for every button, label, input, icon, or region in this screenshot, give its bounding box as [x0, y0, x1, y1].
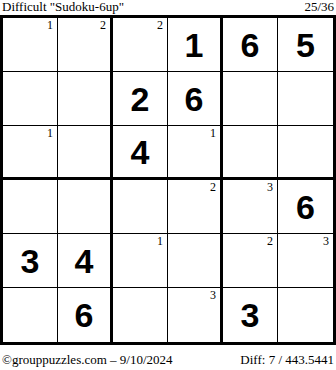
cell-r5c2[interactable]: 4	[58, 234, 113, 288]
cell-r4c1[interactable]	[3, 180, 58, 234]
cell-r5c3[interactable]: 1	[113, 234, 168, 288]
pencil-mark: 1	[47, 19, 53, 31]
cell-r2c6[interactable]	[278, 72, 333, 126]
cell-r4c3[interactable]	[113, 180, 168, 234]
header: Difficult "Sudoku-6up" 25/36	[2, 0, 334, 14]
cell-r4c2[interactable]	[58, 180, 113, 234]
cell-value: 6	[296, 190, 315, 224]
cell-r6c1[interactable]	[3, 288, 58, 342]
cell-r2c2[interactable]	[58, 72, 113, 126]
cell-value: 4	[131, 135, 150, 169]
cell-value: 3	[21, 244, 40, 278]
cell-r4c4[interactable]: 2	[168, 180, 223, 234]
cell-r1c1[interactable]: 1	[3, 18, 58, 72]
pencil-mark: 1	[47, 127, 53, 139]
copyright-date: ©grouppuzzles.com – 9/10/2024	[2, 352, 173, 367]
cell-r3c5[interactable]	[223, 126, 278, 180]
cell-r1c2[interactable]: 2	[58, 18, 113, 72]
cell-r6c2[interactable]: 6	[58, 288, 113, 342]
cell-r2c3[interactable]: 2	[113, 72, 168, 126]
cell-r5c6[interactable]: 3	[278, 234, 333, 288]
cell-r1c5[interactable]: 6	[223, 18, 278, 72]
cell-r3c3[interactable]: 4	[113, 126, 168, 180]
cell-r3c1[interactable]: 1	[3, 126, 58, 180]
cell-value: 2	[131, 82, 150, 116]
cell-value: 3	[241, 298, 260, 332]
cell-value: 4	[75, 244, 94, 278]
cell-value: 1	[185, 28, 204, 62]
footer: ©grouppuzzles.com – 9/10/2024 Diff: 7 / …	[2, 352, 334, 367]
puzzle-title: Difficult "Sudoku-6up"	[2, 0, 124, 14]
cell-r6c5[interactable]: 3	[223, 288, 278, 342]
cell-r4c5[interactable]: 3	[223, 180, 278, 234]
cell-r6c4[interactable]: 3	[168, 288, 223, 342]
cell-value: 6	[185, 82, 204, 116]
cell-r2c1[interactable]	[3, 72, 58, 126]
cell-value: 5	[296, 28, 315, 62]
cell-r3c6[interactable]	[278, 126, 333, 180]
cell-r3c4[interactable]: 1	[168, 126, 223, 180]
cell-r2c4[interactable]: 6	[168, 72, 223, 126]
pencil-mark: 2	[157, 19, 163, 31]
cell-r1c4[interactable]: 1	[168, 18, 223, 72]
pencil-mark: 2	[210, 181, 216, 193]
pencil-mark: 3	[210, 289, 216, 301]
pencil-mark: 1	[210, 127, 216, 139]
cell-r3c2[interactable]	[58, 126, 113, 180]
pencil-mark: 1	[157, 235, 163, 247]
pencil-mark: 3	[323, 235, 329, 247]
cell-value: 6	[241, 28, 260, 62]
puzzle-counter: 25/36	[304, 0, 334, 14]
cell-r4c6[interactable]: 6	[278, 180, 333, 234]
cell-r6c6[interactable]	[278, 288, 333, 342]
cell-r2c5[interactable]	[223, 72, 278, 126]
cell-value: 6	[75, 298, 94, 332]
cell-r5c5[interactable]: 2	[223, 234, 278, 288]
cell-r1c6[interactable]: 5	[278, 18, 333, 72]
cell-r5c1[interactable]: 3	[3, 234, 58, 288]
cell-r6c3[interactable]	[113, 288, 168, 342]
difficulty-rating: Diff: 7 / 443.5441	[240, 352, 334, 367]
sudoku-board: 1221652614123634123633	[0, 15, 336, 345]
cell-r1c3[interactable]: 2	[113, 18, 168, 72]
pencil-mark: 2	[100, 19, 106, 31]
pencil-mark: 3	[267, 181, 273, 193]
pencil-mark: 2	[267, 235, 273, 247]
cell-r5c4[interactable]	[168, 234, 223, 288]
